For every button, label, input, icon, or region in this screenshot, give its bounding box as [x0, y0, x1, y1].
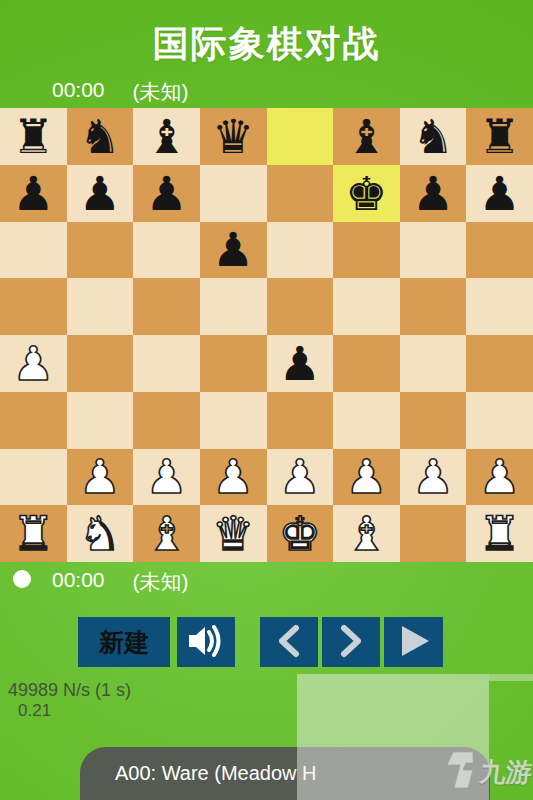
square-f6[interactable] — [333, 222, 400, 279]
square-e3[interactable] — [267, 392, 334, 449]
square-d7[interactable] — [200, 165, 267, 222]
watermark-brand-text: 九游 — [478, 755, 533, 790]
square-c1[interactable]: ♝ — [133, 505, 200, 562]
square-b6[interactable] — [67, 222, 134, 279]
square-f1[interactable]: ♝ — [333, 505, 400, 562]
square-d5[interactable] — [200, 278, 267, 335]
square-f3[interactable] — [333, 392, 400, 449]
square-a3[interactable] — [0, 392, 67, 449]
square-b3[interactable] — [67, 392, 134, 449]
piece-black-rook: ♜ — [479, 113, 521, 160]
piece-white-pawn: ♟ — [79, 453, 121, 500]
square-a8[interactable]: ♜ — [0, 108, 67, 165]
square-b1[interactable]: ♞ — [67, 505, 134, 562]
square-g4[interactable] — [400, 335, 467, 392]
top-player-name: (未知) — [133, 78, 189, 106]
square-f7[interactable]: ♚ — [333, 165, 400, 222]
piece-black-king: ♚ — [345, 170, 387, 217]
piece-black-pawn: ♟ — [412, 170, 454, 217]
blur-overlay-strip — [489, 674, 533, 681]
square-e7[interactable] — [267, 165, 334, 222]
square-c6[interactable] — [133, 222, 200, 279]
square-f2[interactable]: ♟ — [333, 449, 400, 506]
square-h7[interactable]: ♟ — [466, 165, 533, 222]
square-g3[interactable] — [400, 392, 467, 449]
square-f5[interactable] — [333, 278, 400, 335]
piece-black-knight: ♞ — [79, 113, 121, 160]
square-d1[interactable]: ♛ — [200, 505, 267, 562]
square-c5[interactable] — [133, 278, 200, 335]
piece-white-pawn: ♟ — [345, 453, 387, 500]
bottom-player-bar: 00:00 (未知) — [52, 568, 189, 596]
square-g6[interactable] — [400, 222, 467, 279]
piece-white-rook: ♜ — [479, 510, 521, 557]
square-e4[interactable]: ♟ — [267, 335, 334, 392]
square-d2[interactable]: ♟ — [200, 449, 267, 506]
square-h2[interactable]: ♟ — [466, 449, 533, 506]
bottom-player-clock: 00:00 — [52, 568, 105, 596]
square-g1[interactable] — [400, 505, 467, 562]
square-c3[interactable] — [133, 392, 200, 449]
square-g8[interactable]: ♞ — [400, 108, 467, 165]
square-b8[interactable]: ♞ — [67, 108, 134, 165]
piece-white-knight: ♞ — [79, 510, 121, 557]
square-e5[interactable] — [267, 278, 334, 335]
square-c4[interactable] — [133, 335, 200, 392]
piece-white-bishop: ♝ — [345, 510, 387, 557]
piece-white-pawn: ♟ — [212, 453, 254, 500]
square-b5[interactable] — [67, 278, 134, 335]
square-a1[interactable]: ♜ — [0, 505, 67, 562]
white-to-move-indicator — [13, 570, 31, 588]
square-f4[interactable] — [333, 335, 400, 392]
next-move-button[interactable] — [322, 617, 380, 667]
watermark: 九游 — [444, 748, 533, 796]
square-e1[interactable]: ♚ — [267, 505, 334, 562]
square-d6[interactable]: ♟ — [200, 222, 267, 279]
square-g7[interactable]: ♟ — [400, 165, 467, 222]
square-d8[interactable]: ♛ — [200, 108, 267, 165]
piece-white-pawn: ♟ — [279, 453, 321, 500]
piece-black-knight: ♞ — [412, 113, 454, 160]
piece-black-queen: ♛ — [212, 113, 254, 160]
chevron-right-icon — [336, 624, 366, 661]
speaker-icon — [187, 624, 225, 661]
square-d3[interactable] — [200, 392, 267, 449]
previous-move-button[interactable] — [260, 617, 318, 667]
square-h6[interactable] — [466, 222, 533, 279]
page-title: 国际象棋对战 — [0, 20, 533, 69]
piece-black-bishop: ♝ — [345, 113, 387, 160]
play-icon — [396, 623, 432, 662]
piece-white-bishop: ♝ — [145, 510, 187, 557]
piece-white-pawn: ♟ — [12, 340, 54, 387]
square-b2[interactable]: ♟ — [67, 449, 134, 506]
square-e8[interactable] — [267, 108, 334, 165]
opening-name-label: A00: Ware (Meadow H — [115, 762, 317, 785]
square-c7[interactable]: ♟ — [133, 165, 200, 222]
square-b4[interactable] — [67, 335, 134, 392]
square-a5[interactable] — [0, 278, 67, 335]
piece-white-king: ♚ — [279, 510, 321, 557]
piece-white-rook: ♜ — [12, 510, 54, 557]
piece-black-pawn: ♟ — [12, 170, 54, 217]
square-h3[interactable] — [466, 392, 533, 449]
engine-speed: 49989 N/s (1 s) — [8, 680, 131, 701]
piece-black-pawn: ♟ — [145, 170, 187, 217]
square-a6[interactable] — [0, 222, 67, 279]
play-button[interactable] — [384, 617, 443, 667]
piece-black-pawn: ♟ — [79, 170, 121, 217]
piece-black-pawn: ♟ — [279, 340, 321, 387]
square-g5[interactable] — [400, 278, 467, 335]
engine-evaluation: 0.21 — [18, 701, 51, 721]
jiuyou-logo-icon — [444, 750, 476, 794]
square-d4[interactable] — [200, 335, 267, 392]
square-a2[interactable] — [0, 449, 67, 506]
bottom-player-name: (未知) — [133, 568, 189, 596]
piece-black-rook: ♜ — [12, 113, 54, 160]
piece-white-queen: ♛ — [212, 510, 254, 557]
square-b7[interactable]: ♟ — [67, 165, 134, 222]
square-a4[interactable]: ♟ — [0, 335, 67, 392]
sound-button[interactable] — [177, 617, 235, 667]
square-a7[interactable]: ♟ — [0, 165, 67, 222]
square-h1[interactable]: ♜ — [466, 505, 533, 562]
chess-board: ♜♞♝♛♝♞♜♟♟♟♚♟♟♟♟♟♟♟♟♟♟♟♟♜♞♝♛♚♝♜ — [0, 108, 533, 562]
square-e2[interactable]: ♟ — [267, 449, 334, 506]
top-player-clock: 00:00 — [52, 78, 105, 106]
piece-white-pawn: ♟ — [412, 453, 454, 500]
square-c8[interactable]: ♝ — [133, 108, 200, 165]
chevron-left-icon — [274, 624, 304, 661]
app-screen: 国际象棋对战 00:00 (未知) ♜♞♝♛♝♞♜♟♟♟♚♟♟♟♟♟♟♟♟♟♟♟… — [0, 0, 533, 800]
square-f8[interactable]: ♝ — [333, 108, 400, 165]
piece-white-pawn: ♟ — [479, 453, 521, 500]
square-e6[interactable] — [267, 222, 334, 279]
new-game-button[interactable]: 新建 — [78, 617, 170, 667]
top-player-bar: 00:00 (未知) — [52, 78, 189, 106]
square-h8[interactable]: ♜ — [466, 108, 533, 165]
piece-black-pawn: ♟ — [479, 170, 521, 217]
square-h5[interactable] — [466, 278, 533, 335]
square-g2[interactable]: ♟ — [400, 449, 467, 506]
piece-white-pawn: ♟ — [145, 453, 187, 500]
piece-black-bishop: ♝ — [145, 113, 187, 160]
square-h4[interactable] — [466, 335, 533, 392]
piece-black-pawn: ♟ — [212, 226, 254, 273]
square-c2[interactable]: ♟ — [133, 449, 200, 506]
